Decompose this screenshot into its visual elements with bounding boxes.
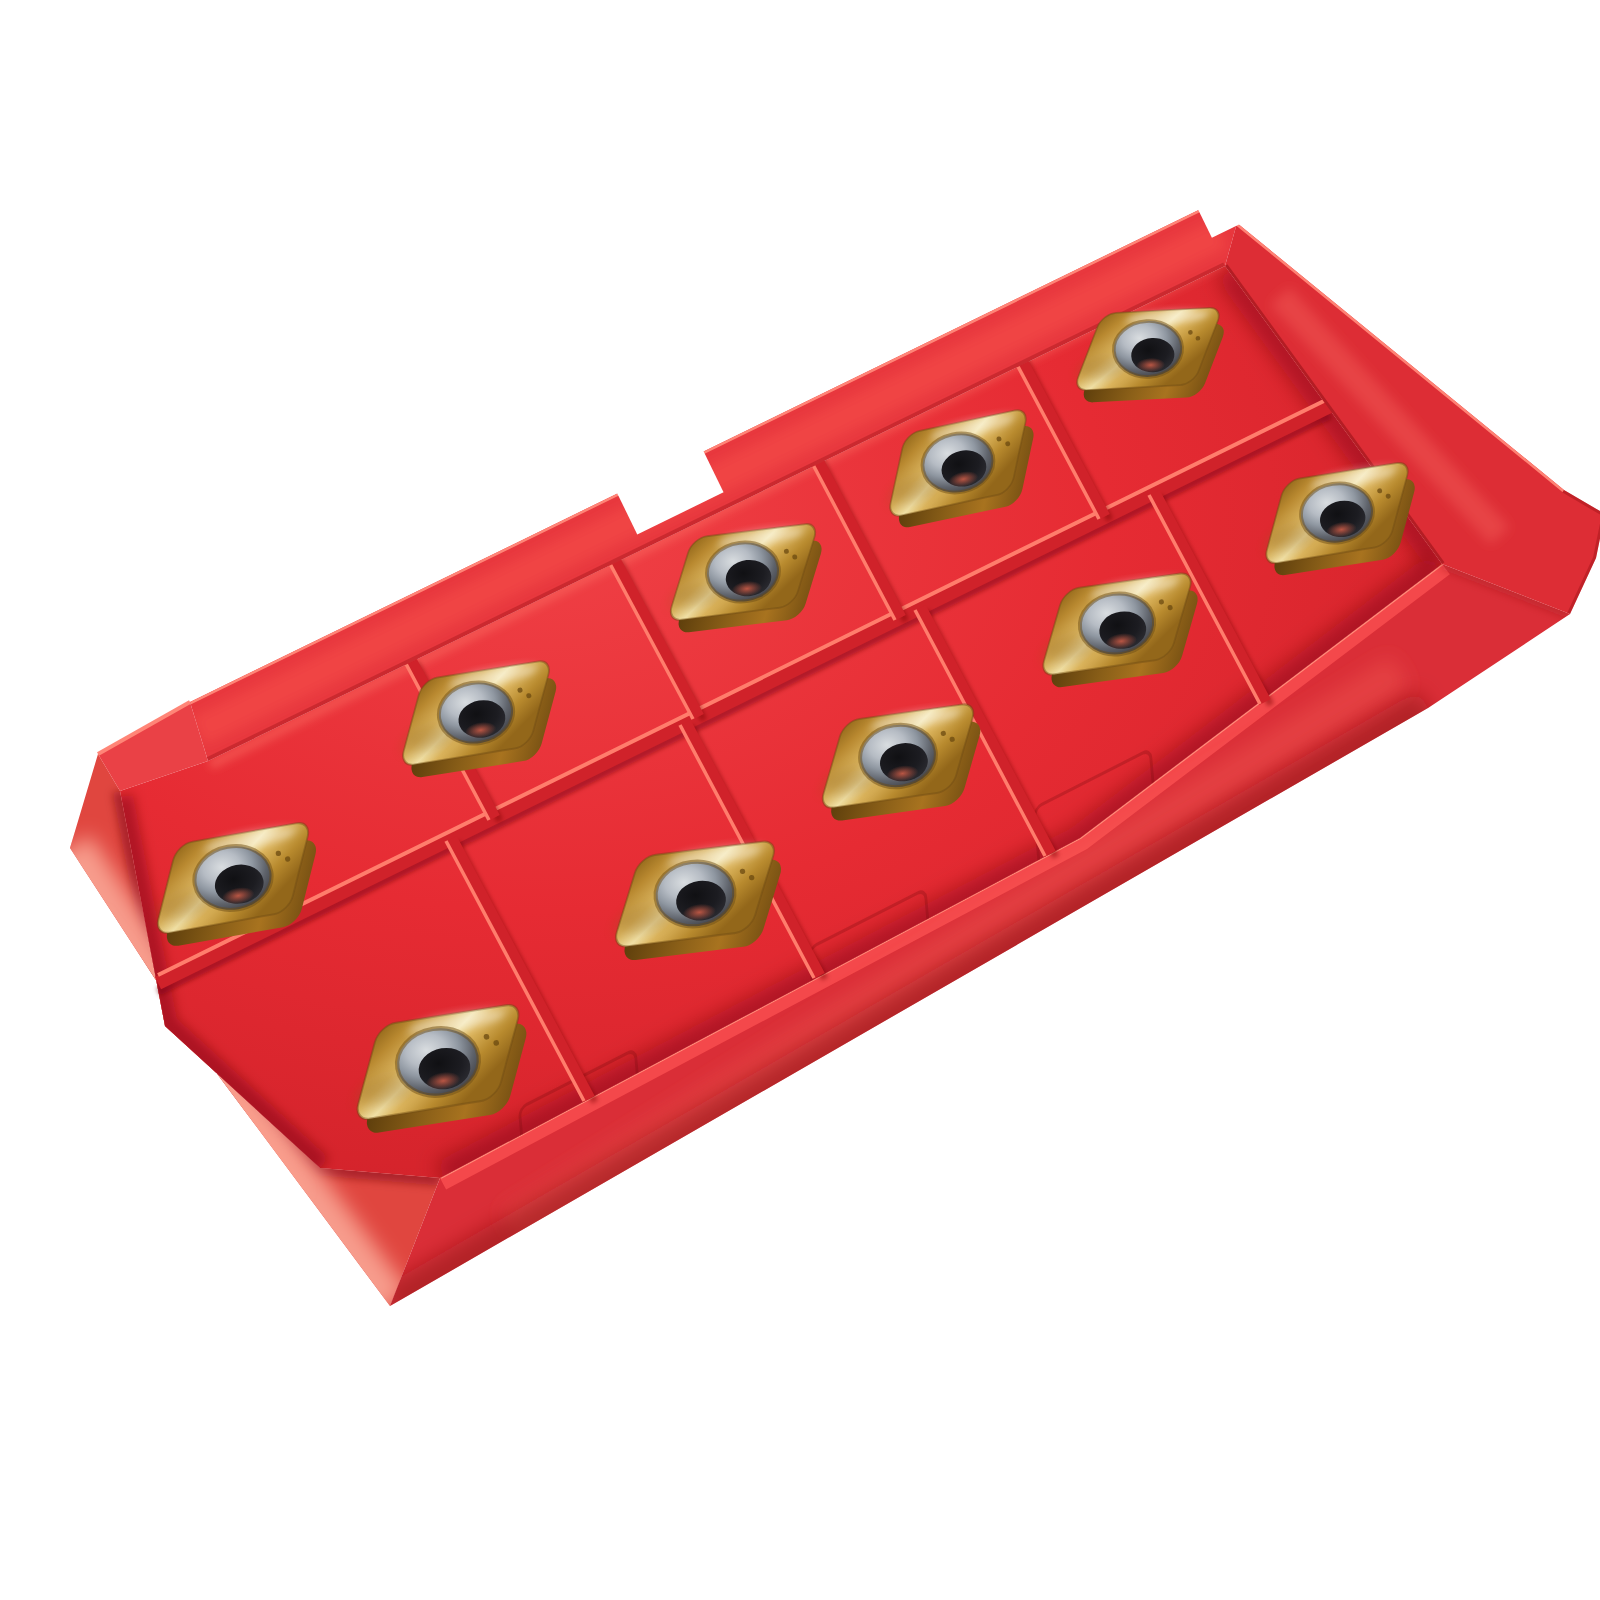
product-photo: Angled overhead product photo of an open…	[40, 16, 1600, 1600]
insert-storage-tray	[70, 186, 1600, 1306]
tray-photo	[40, 16, 1600, 1600]
